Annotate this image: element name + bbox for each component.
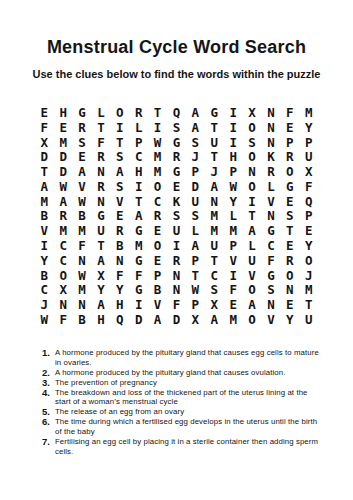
clue-list: 1. A hormone produced by the pituitary g… xyxy=(42,348,323,457)
grid-cell[interactable]: B xyxy=(110,238,129,253)
grid-cell[interactable]: T xyxy=(299,297,318,312)
clue-number: 4. xyxy=(42,388,55,398)
grid-cell[interactable]: M xyxy=(148,149,167,164)
grid-cell[interactable]: A xyxy=(73,164,92,179)
grid-cell[interactable]: R xyxy=(129,105,148,120)
clue-number: 7. xyxy=(42,437,55,447)
grid-cell[interactable]: P xyxy=(224,238,243,253)
grid-cell[interactable]: Y xyxy=(35,253,54,268)
grid-cell[interactable]: C xyxy=(205,268,224,283)
grid-cell[interactable]: M xyxy=(73,223,92,238)
grid-cell[interactable]: C xyxy=(54,238,73,253)
grid-cell[interactable]: G xyxy=(280,179,299,194)
clue-item: 4. The breakdown and loss of the thicken… xyxy=(42,388,323,408)
grid-cell[interactable]: U xyxy=(186,194,205,209)
grid-cell[interactable]: G xyxy=(262,268,281,283)
grid-cell[interactable]: L xyxy=(243,238,262,253)
grid-cell[interactable]: E xyxy=(280,238,299,253)
grid-cell[interactable]: Y xyxy=(91,283,110,298)
grid-cell[interactable]: F xyxy=(110,268,129,283)
grid-cell[interactable]: W xyxy=(148,135,167,150)
grid-cell[interactable]: I xyxy=(129,297,148,312)
grid-cell[interactable]: A xyxy=(186,238,205,253)
grid-cell[interactable]: T xyxy=(186,268,205,283)
grid-cell[interactable]: Y xyxy=(280,312,299,327)
grid-cell[interactable]: N xyxy=(73,253,92,268)
grid-cell[interactable]: V xyxy=(262,194,281,209)
grid-cell[interactable]: M xyxy=(224,223,243,238)
grid-cell[interactable]: F xyxy=(167,297,186,312)
grid-cell[interactable]: T xyxy=(243,209,262,224)
clue-item: 6. The time during which a fertilised eg… xyxy=(42,417,323,437)
grid-cell[interactable]: T xyxy=(110,135,129,150)
grid-cell[interactable]: P xyxy=(186,164,205,179)
grid-cell[interactable]: M xyxy=(129,238,148,253)
grid-cell[interactable]: Y xyxy=(299,120,318,135)
grid-cell[interactable]: U xyxy=(205,238,224,253)
grid-cell[interactable]: P xyxy=(148,268,167,283)
grid-cell[interactable]: D xyxy=(54,164,73,179)
grid-cell[interactable]: J xyxy=(205,164,224,179)
clue-text: A hormone produced by the pituitary glan… xyxy=(55,368,323,378)
grid-cell[interactable]: M xyxy=(205,209,224,224)
grid-cell[interactable]: U xyxy=(299,149,318,164)
grid-cell[interactable]: U xyxy=(243,253,262,268)
grid-cell[interactable]: V xyxy=(224,253,243,268)
grid-cell[interactable]: L xyxy=(186,223,205,238)
grid-cell[interactable]: S xyxy=(262,283,281,298)
grid-cell[interactable]: R xyxy=(110,223,129,238)
grid-cell[interactable]: S xyxy=(186,209,205,224)
grid-cell[interactable]: O xyxy=(299,253,318,268)
grid-cell[interactable]: H xyxy=(91,312,110,327)
grid-cell[interactable]: P xyxy=(129,135,148,150)
grid-cell[interactable]: O xyxy=(243,283,262,298)
grid-cell[interactable]: B xyxy=(35,209,54,224)
grid-cell[interactable]: J xyxy=(299,268,318,283)
grid-cell[interactable]: T xyxy=(35,164,54,179)
grid-cell[interactable]: A xyxy=(54,194,73,209)
grid-cell[interactable]: M xyxy=(299,283,318,298)
grid-cell[interactable]: F xyxy=(73,238,92,253)
grid-cell[interactable]: N xyxy=(167,268,186,283)
grid-cell[interactable]: M xyxy=(73,283,92,298)
grid-cell[interactable]: F xyxy=(35,120,54,135)
grid-cell[interactable]: G xyxy=(262,223,281,238)
grid-cell[interactable]: E xyxy=(35,105,54,120)
clue-text: The breakdown and loss of the thickened … xyxy=(55,388,323,408)
clue-item: 5. The release of an egg from an ovary xyxy=(42,407,323,417)
grid-cell[interactable]: V xyxy=(262,312,281,327)
grid-cell[interactable]: A xyxy=(186,120,205,135)
grid-cell[interactable]: P xyxy=(299,209,318,224)
grid-cell[interactable]: U xyxy=(205,135,224,150)
grid-cell[interactable]: V xyxy=(148,297,167,312)
grid-cell[interactable]: G xyxy=(167,164,186,179)
grid-cell[interactable]: N xyxy=(262,105,281,120)
grid-cell[interactable]: I xyxy=(224,135,243,150)
grid-cell[interactable]: N xyxy=(54,297,73,312)
grid-cell[interactable]: F xyxy=(280,105,299,120)
grid-cell[interactable]: T xyxy=(91,238,110,253)
grid-cell[interactable]: X xyxy=(35,135,54,150)
grid-cell[interactable]: R xyxy=(280,253,299,268)
grid-cell[interactable]: E xyxy=(224,297,243,312)
grid-cell[interactable]: I xyxy=(224,120,243,135)
grid-cell[interactable]: F xyxy=(54,312,73,327)
grid-cell[interactable]: S xyxy=(167,120,186,135)
grid-cell[interactable]: S xyxy=(110,149,129,164)
grid-cell[interactable]: F xyxy=(299,179,318,194)
clue-item: 7. Fertilising an egg cell by placing it… xyxy=(42,437,323,457)
grid-cell[interactable]: O xyxy=(243,120,262,135)
grid-cell[interactable]: G xyxy=(73,105,92,120)
clue-number: 1. xyxy=(42,348,55,358)
grid-cell[interactable]: H xyxy=(224,149,243,164)
grid-cell[interactable]: E xyxy=(73,149,92,164)
clue-text: The prevention of pregnancy xyxy=(55,378,323,388)
grid-cell[interactable]: W xyxy=(54,179,73,194)
grid-cell[interactable]: G xyxy=(167,135,186,150)
grid-cell[interactable]: T xyxy=(129,194,148,209)
grid-cell[interactable]: D xyxy=(129,312,148,327)
grid-cell[interactable]: K xyxy=(167,194,186,209)
clue-text: Fertilising an egg cell by placing it in… xyxy=(55,437,323,457)
grid-cell[interactable]: K xyxy=(262,149,281,164)
grid-cell[interactable]: O xyxy=(243,179,262,194)
grid-cell[interactable]: N xyxy=(167,283,186,298)
grid-cell[interactable]: E xyxy=(280,297,299,312)
grid-cell[interactable]: X xyxy=(205,297,224,312)
grid-cell[interactable]: A xyxy=(35,179,54,194)
grid-cell[interactable]: T xyxy=(280,223,299,238)
grid-cell[interactable]: H xyxy=(54,105,73,120)
grid-cell[interactable]: H xyxy=(129,164,148,179)
grid-cell[interactable]: V xyxy=(73,179,92,194)
grid-cell[interactable]: E xyxy=(54,120,73,135)
grid-cell[interactable]: Q xyxy=(167,105,186,120)
grid-cell[interactable]: A xyxy=(205,179,224,194)
grid-cell[interactable]: G xyxy=(129,283,148,298)
grid-cell[interactable]: R xyxy=(54,209,73,224)
page-subtitle: Use the clues below to find the words wi… xyxy=(0,68,353,81)
grid-cell[interactable]: N xyxy=(110,253,129,268)
grid-cell[interactable]: L xyxy=(91,105,110,120)
grid-cell[interactable]: Q xyxy=(299,194,318,209)
grid-cell[interactable]: N xyxy=(91,194,110,209)
grid-cell[interactable]: W xyxy=(224,179,243,194)
grid-cell[interactable]: M xyxy=(299,105,318,120)
grid-cell[interactable]: H xyxy=(110,297,129,312)
grid-cell[interactable]: T xyxy=(148,105,167,120)
grid-cell[interactable]: B xyxy=(73,209,92,224)
grid-cell[interactable]: P xyxy=(186,253,205,268)
page-title: Menstrual Cycle Word Search xyxy=(0,36,353,58)
grid-cell[interactable]: P xyxy=(186,297,205,312)
grid-cell[interactable]: O xyxy=(243,149,262,164)
grid-cell[interactable]: A xyxy=(205,312,224,327)
grid-cell[interactable]: W xyxy=(186,283,205,298)
grid-cell[interactable]: R xyxy=(148,209,167,224)
grid-cell[interactable]: I xyxy=(224,105,243,120)
grid-cell[interactable]: R xyxy=(167,253,186,268)
grid-cell[interactable]: I xyxy=(167,238,186,253)
grid-cell[interactable]: M xyxy=(148,164,167,179)
grid-cell[interactable]: S xyxy=(205,283,224,298)
grid-cell[interactable]: O xyxy=(243,312,262,327)
grid-cell[interactable]: N xyxy=(243,164,262,179)
grid-cell[interactable]: N xyxy=(262,209,281,224)
grid-cell[interactable]: X xyxy=(243,105,262,120)
grid-cell[interactable]: S xyxy=(110,179,129,194)
grid-cell[interactable]: T xyxy=(91,120,110,135)
grid-cell[interactable]: I xyxy=(243,194,262,209)
grid-cell[interactable]: O xyxy=(280,268,299,283)
grid-cell[interactable]: G xyxy=(129,253,148,268)
grid-cell[interactable]: D xyxy=(54,149,73,164)
grid-cell[interactable]: X xyxy=(186,312,205,327)
clue-text: The time during which a fertilised egg d… xyxy=(55,417,323,437)
grid-cell[interactable]: S xyxy=(186,135,205,150)
grid-cell[interactable]: A xyxy=(148,312,167,327)
grid-cell[interactable]: N xyxy=(262,135,281,150)
grid-cell[interactable]: P xyxy=(280,135,299,150)
grid-cell[interactable]: W xyxy=(73,268,92,283)
grid-cell[interactable]: E xyxy=(280,120,299,135)
grid-cell[interactable]: V xyxy=(35,223,54,238)
grid-cell[interactable]: D xyxy=(35,149,54,164)
grid-cell[interactable]: O xyxy=(148,179,167,194)
worksheet-page: Menstrual Cycle Word Search Use the clue… xyxy=(0,0,353,500)
grid-cell[interactable]: M xyxy=(35,194,54,209)
grid-cell[interactable]: W xyxy=(35,312,54,327)
grid-cell[interactable]: E xyxy=(299,223,318,238)
grid-cell[interactable]: G xyxy=(129,223,148,238)
grid-cell[interactable]: R xyxy=(167,149,186,164)
grid-cell[interactable]: X xyxy=(91,268,110,283)
clue-number: 6. xyxy=(42,417,55,427)
grid-cell[interactable]: F xyxy=(224,283,243,298)
grid-cell[interactable]: M xyxy=(205,223,224,238)
grid-cell[interactable]: O xyxy=(280,164,299,179)
grid-cell[interactable]: Q xyxy=(110,312,129,327)
grid-cell[interactable]: P xyxy=(299,135,318,150)
grid-cell[interactable]: A xyxy=(110,164,129,179)
grid-cell[interactable]: U xyxy=(91,223,110,238)
grid-cell[interactable]: E xyxy=(167,179,186,194)
grid-cell[interactable]: I xyxy=(129,179,148,194)
grid-cell[interactable]: O xyxy=(148,238,167,253)
grid-cell[interactable]: A xyxy=(243,297,262,312)
word-search-grid: EHGLORTQAGIXNFMFERTILISATIONEYXMSFTPWGSU… xyxy=(35,105,318,327)
grid-cell[interactable]: M xyxy=(54,135,73,150)
grid-cell[interactable]: X xyxy=(299,164,318,179)
grid-cell[interactable]: S xyxy=(243,135,262,150)
grid-cell[interactable]: U xyxy=(167,223,186,238)
grid-cell[interactable]: I xyxy=(148,120,167,135)
grid-cell[interactable]: A xyxy=(91,297,110,312)
grid-cell[interactable]: L xyxy=(224,209,243,224)
grid-cell[interactable]: F xyxy=(91,135,110,150)
grid-cell[interactable]: E xyxy=(148,223,167,238)
grid-cell[interactable]: B xyxy=(35,268,54,283)
grid-cell[interactable]: N xyxy=(91,164,110,179)
clue-item: 1. A hormone produced by the pituitary g… xyxy=(42,348,323,368)
grid-cell[interactable]: G xyxy=(91,209,110,224)
grid-cell[interactable]: A xyxy=(186,105,205,120)
grid-cell[interactable]: N xyxy=(73,297,92,312)
grid-cell[interactable]: Y xyxy=(299,238,318,253)
grid-cell[interactable]: C xyxy=(35,283,54,298)
grid-cell[interactable]: E xyxy=(148,253,167,268)
grid-cell[interactable]: N xyxy=(262,297,281,312)
grid-cell[interactable]: Y xyxy=(224,194,243,209)
grid-cell[interactable]: C xyxy=(262,238,281,253)
grid-cell[interactable]: C xyxy=(148,194,167,209)
grid-cell[interactable]: E xyxy=(280,194,299,209)
grid-cell[interactable]: N xyxy=(262,120,281,135)
grid-cell[interactable]: R xyxy=(91,149,110,164)
grid-cell[interactable]: O xyxy=(54,268,73,283)
grid-cell[interactable]: S xyxy=(73,135,92,150)
grid-cell[interactable]: I xyxy=(224,268,243,283)
grid-cell[interactable]: J xyxy=(186,149,205,164)
grid-cell[interactable]: Y xyxy=(110,283,129,298)
grid-cell[interactable]: T xyxy=(205,253,224,268)
grid-cell[interactable]: A xyxy=(129,209,148,224)
grid-cell[interactable]: P xyxy=(224,164,243,179)
grid-cell[interactable]: R xyxy=(262,164,281,179)
clue-text: A hormone produced by the pituitary glan… xyxy=(55,348,323,368)
grid-cell[interactable]: N xyxy=(205,194,224,209)
grid-cell[interactable]: R xyxy=(73,120,92,135)
grid-cell[interactable]: G xyxy=(205,105,224,120)
grid-cell[interactable]: T xyxy=(205,149,224,164)
grid-cell[interactable]: R xyxy=(91,179,110,194)
grid-cell[interactable]: C xyxy=(54,253,73,268)
grid-cell[interactable]: B xyxy=(73,312,92,327)
grid-cell[interactable]: I xyxy=(35,238,54,253)
grid-cell[interactable]: F xyxy=(129,268,148,283)
grid-cell[interactable]: A xyxy=(243,223,262,238)
grid-cell[interactable]: V xyxy=(110,194,129,209)
grid-cell[interactable]: E xyxy=(110,209,129,224)
grid-cell[interactable]: L xyxy=(129,120,148,135)
grid-cell[interactable]: U xyxy=(299,312,318,327)
grid-cell[interactable]: L xyxy=(262,179,281,194)
grid-cell[interactable]: X xyxy=(54,283,73,298)
grid-cell[interactable]: F xyxy=(262,253,281,268)
clue-item: 2. A hormone produced by the pituitary g… xyxy=(42,368,323,378)
grid-cell[interactable]: B xyxy=(148,283,167,298)
grid-cell[interactable]: A xyxy=(91,253,110,268)
grid-cell[interactable]: C xyxy=(129,149,148,164)
grid-cell[interactable]: O xyxy=(110,105,129,120)
grid-cell[interactable]: M xyxy=(224,312,243,327)
grid-cell[interactable]: T xyxy=(205,120,224,135)
grid-cell[interactable]: I xyxy=(110,120,129,135)
grid-cell[interactable]: R xyxy=(280,149,299,164)
grid-cell[interactable]: D xyxy=(167,312,186,327)
grid-cell[interactable]: V xyxy=(243,268,262,283)
grid-cell[interactable]: D xyxy=(186,179,205,194)
grid-cell[interactable]: W xyxy=(73,194,92,209)
grid-cell[interactable]: S xyxy=(167,209,186,224)
grid-cell[interactable]: S xyxy=(280,209,299,224)
grid-cell[interactable]: N xyxy=(280,283,299,298)
clue-item: 3. The prevention of pregnancy xyxy=(42,378,323,388)
grid-cell[interactable]: M xyxy=(54,223,73,238)
grid-cell[interactable]: J xyxy=(35,297,54,312)
clue-text: The release of an egg from an ovary xyxy=(55,407,323,417)
